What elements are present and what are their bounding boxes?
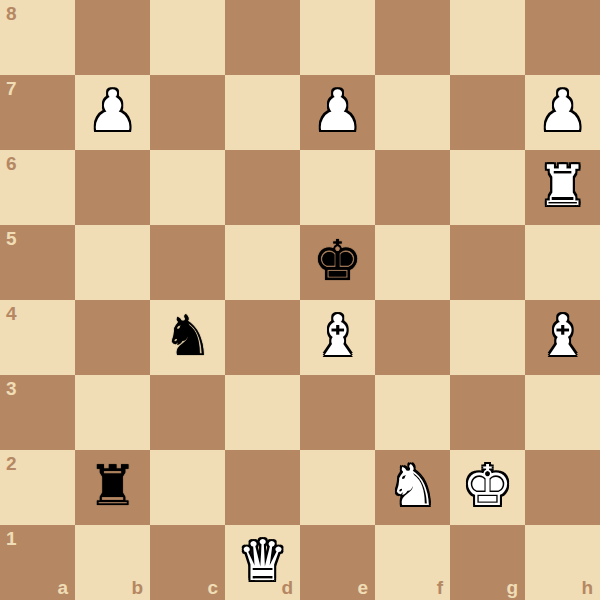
rank-label-3: 3 (6, 379, 17, 398)
square-g1[interactable]: g (450, 525, 525, 600)
square-f4[interactable] (375, 300, 450, 375)
square-h2[interactable] (525, 450, 600, 525)
square-b3[interactable] (75, 375, 150, 450)
square-h6[interactable]: ♜ (525, 150, 600, 225)
square-e4[interactable]: ♝ (300, 300, 375, 375)
square-d7[interactable] (225, 75, 300, 150)
square-g4[interactable] (450, 300, 525, 375)
square-h7[interactable]: ♟ (525, 75, 600, 150)
rank-label-7: 7 (6, 79, 17, 98)
square-h8[interactable] (525, 0, 600, 75)
square-a3[interactable]: 3 (0, 375, 75, 450)
square-a4[interactable]: 4 (0, 300, 75, 375)
square-b6[interactable] (75, 150, 150, 225)
black-knight-piece[interactable]: ♞ (162, 308, 212, 364)
square-g5[interactable] (450, 225, 525, 300)
square-c7[interactable] (150, 75, 225, 150)
square-a2[interactable]: 2 (0, 450, 75, 525)
white-knight-piece[interactable]: ♞ (387, 458, 437, 514)
square-c5[interactable] (150, 225, 225, 300)
square-c1[interactable]: c (150, 525, 225, 600)
file-label-g: g (506, 578, 518, 597)
square-h3[interactable] (525, 375, 600, 450)
white-king-piece[interactable]: ♚ (462, 458, 512, 514)
square-h1[interactable]: h (525, 525, 600, 600)
square-c4[interactable]: ♞ (150, 300, 225, 375)
rank-label-4: 4 (6, 304, 17, 323)
square-f5[interactable] (375, 225, 450, 300)
black-rook-piece[interactable]: ♜ (87, 458, 137, 514)
square-d3[interactable] (225, 375, 300, 450)
black-king-piece[interactable]: ♚ (312, 233, 362, 289)
square-a1[interactable]: 1a (0, 525, 75, 600)
rank-label-8: 8 (6, 4, 17, 23)
square-g8[interactable] (450, 0, 525, 75)
square-d2[interactable] (225, 450, 300, 525)
square-b8[interactable] (75, 0, 150, 75)
square-c8[interactable] (150, 0, 225, 75)
square-h4[interactable]: ♝ (525, 300, 600, 375)
file-label-f: f (437, 578, 443, 597)
rank-label-1: 1 (6, 529, 17, 548)
white-pawn-piece[interactable]: ♟ (537, 83, 587, 139)
square-e1[interactable]: e (300, 525, 375, 600)
square-d1[interactable]: d♛ (225, 525, 300, 600)
square-a8[interactable]: 8 (0, 0, 75, 75)
square-a6[interactable]: 6 (0, 150, 75, 225)
square-g7[interactable] (450, 75, 525, 150)
file-label-e: e (357, 578, 368, 597)
white-bishop-piece[interactable]: ♝ (537, 308, 587, 364)
file-label-a: a (57, 578, 68, 597)
square-b4[interactable] (75, 300, 150, 375)
square-d8[interactable] (225, 0, 300, 75)
square-f8[interactable] (375, 0, 450, 75)
white-bishop-piece[interactable]: ♝ (312, 308, 362, 364)
square-e3[interactable] (300, 375, 375, 450)
square-f2[interactable]: ♞ (375, 450, 450, 525)
square-f6[interactable] (375, 150, 450, 225)
square-b1[interactable]: b (75, 525, 150, 600)
square-e6[interactable] (300, 150, 375, 225)
square-c3[interactable] (150, 375, 225, 450)
rank-label-5: 5 (6, 229, 17, 248)
square-h5[interactable] (525, 225, 600, 300)
rank-label-6: 6 (6, 154, 17, 173)
square-e7[interactable]: ♟ (300, 75, 375, 150)
file-label-b: b (131, 578, 143, 597)
white-rook-piece[interactable]: ♜ (537, 158, 587, 214)
chess-board: 87♟♟♟6♜5♚4♞♝♝32♜♞♚1abcd♛efgh (0, 0, 600, 600)
square-d4[interactable] (225, 300, 300, 375)
square-f3[interactable] (375, 375, 450, 450)
square-b5[interactable] (75, 225, 150, 300)
square-b2[interactable]: ♜ (75, 450, 150, 525)
square-g6[interactable] (450, 150, 525, 225)
file-label-c: c (207, 578, 218, 597)
square-e5[interactable]: ♚ (300, 225, 375, 300)
square-a7[interactable]: 7 (0, 75, 75, 150)
square-f1[interactable]: f (375, 525, 450, 600)
file-label-h: h (581, 578, 593, 597)
square-b7[interactable]: ♟ (75, 75, 150, 150)
square-c2[interactable] (150, 450, 225, 525)
rank-label-2: 2 (6, 454, 17, 473)
square-e8[interactable] (300, 0, 375, 75)
square-d5[interactable] (225, 225, 300, 300)
square-c6[interactable] (150, 150, 225, 225)
square-f7[interactable] (375, 75, 450, 150)
square-a5[interactable]: 5 (0, 225, 75, 300)
square-d6[interactable] (225, 150, 300, 225)
square-g3[interactable] (450, 375, 525, 450)
white-pawn-piece[interactable]: ♟ (87, 83, 137, 139)
square-g2[interactable]: ♚ (450, 450, 525, 525)
white-pawn-piece[interactable]: ♟ (312, 83, 362, 139)
white-queen-piece[interactable]: ♛ (237, 533, 287, 589)
square-e2[interactable] (300, 450, 375, 525)
